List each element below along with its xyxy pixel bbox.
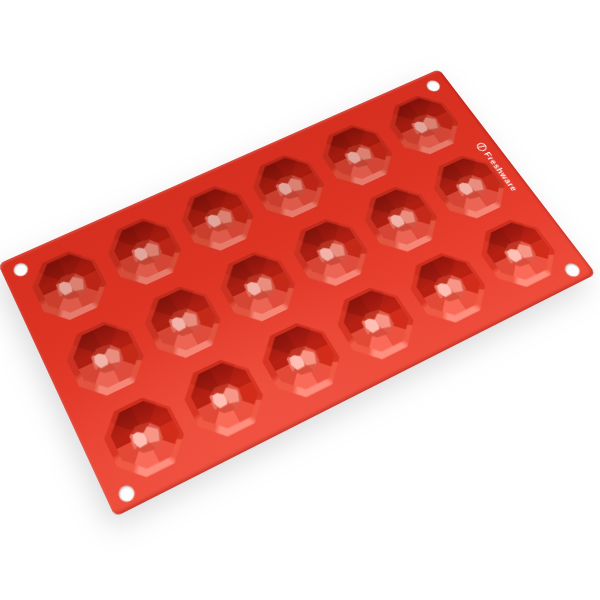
gem-facet-highlight	[505, 247, 525, 264]
cavity-gem-bottom	[129, 237, 165, 268]
cavity-gem-bottom	[89, 342, 126, 377]
gem-facet-highlight	[245, 280, 264, 297]
tray-shadow: f Freshware	[0, 0, 600, 600]
gem-facet-highlight	[130, 430, 149, 450]
cavity-bowl	[251, 152, 328, 218]
gem-facet-highlight	[327, 241, 347, 259]
cavity-bowl	[32, 248, 109, 321]
mold-cavity	[58, 313, 152, 404]
cavity-bowl	[477, 216, 560, 287]
mold-cavity	[100, 211, 190, 293]
gem-facet-highlight	[514, 242, 535, 260]
gem-facet-highlight	[286, 176, 305, 193]
cavity-bowl	[183, 355, 267, 436]
gem-facet-highlight	[221, 385, 242, 406]
gem-facet-highlight	[132, 245, 150, 262]
cavity-bowl	[107, 215, 184, 285]
cavity-bowl	[260, 319, 344, 397]
cavity-bowl	[362, 183, 442, 251]
cavity-gem-bottom	[272, 172, 308, 201]
cavity-grid	[14, 81, 578, 499]
cavity-gem-bottom	[384, 205, 421, 235]
gem-facet-highlight	[435, 281, 455, 299]
logo-letter: f	[478, 144, 486, 149]
gem-facet-highlight	[318, 246, 337, 263]
mold-cavity	[470, 212, 567, 295]
gem-facet-highlight	[255, 275, 275, 294]
cavity-bowl	[407, 249, 490, 322]
mold-cavity	[244, 148, 334, 225]
gem-facet-highlight	[354, 145, 373, 162]
cavity-bowl	[219, 248, 299, 321]
mold-cavity	[423, 148, 516, 226]
mold-cavity	[252, 314, 350, 406]
mold-cavity	[400, 245, 497, 331]
mold-cavity	[175, 351, 273, 446]
gem-facet-highlight	[92, 352, 111, 371]
cavity-gem-bottom	[241, 271, 278, 303]
cavity-bowl	[386, 92, 462, 154]
mold-cavity	[24, 244, 114, 329]
gem-facet-highlight	[142, 240, 161, 258]
gem-facet-highlight	[457, 181, 476, 197]
gem-facet-highlight	[210, 391, 230, 410]
cavity-bowl	[180, 183, 257, 251]
gem-facet-highlight	[67, 274, 86, 293]
gem-facet-highlight	[412, 120, 430, 135]
cavity-bowl	[66, 318, 147, 396]
gem-facet-highlight	[372, 311, 393, 331]
mold-cavity	[136, 278, 230, 366]
silicone-mold-tray: f Freshware	[0, 69, 596, 517]
cavity-gem-bottom	[53, 270, 89, 302]
product-photo: f Freshware	[0, 0, 600, 600]
gem-facet-highlight	[180, 310, 200, 330]
cavity-bowl	[335, 283, 418, 359]
mold-cavity	[284, 211, 378, 294]
cavity-gem-bottom	[341, 142, 377, 170]
mold-cavity	[95, 388, 194, 486]
mold-cavity	[211, 244, 305, 330]
cavity-bowl	[144, 282, 224, 357]
mold-cavity	[355, 179, 448, 259]
cavity-gem-bottom	[408, 112, 444, 140]
gem-facet-highlight	[466, 176, 486, 193]
cavity-gem-bottom	[202, 204, 238, 234]
cavity-gem-bottom	[283, 343, 322, 378]
mold-cavity	[327, 279, 425, 368]
cavity-gem-bottom	[126, 419, 165, 456]
gem-facet-highlight	[345, 150, 363, 165]
gem-facet-highlight	[141, 423, 162, 445]
cavity-gem-bottom	[358, 307, 397, 341]
gem-facet-highlight	[276, 181, 294, 197]
cavity-gem-bottom	[206, 381, 245, 417]
gem-facet-highlight	[215, 207, 234, 225]
gem-facet-highlight	[103, 346, 123, 366]
gem-facet-highlight	[57, 279, 75, 296]
gem-facet-highlight	[287, 353, 307, 372]
mold-cavity	[313, 118, 402, 193]
cavity-gem-bottom	[453, 173, 490, 202]
gem-facet-highlight	[421, 115, 440, 131]
mold-cavity	[173, 179, 263, 259]
gem-facet-highlight	[362, 317, 382, 335]
cavity-gem-bottom	[314, 237, 351, 268]
gem-facet-highlight	[398, 208, 418, 226]
mold-cavity	[380, 89, 469, 162]
cavity-gem-bottom	[500, 238, 539, 270]
cavity-bowl	[320, 122, 396, 186]
cavity-gem-bottom	[166, 306, 203, 340]
gem-facet-highlight	[388, 213, 407, 229]
gem-facet-highlight	[298, 347, 319, 367]
cavity-bowl	[291, 215, 371, 286]
gem-facet-highlight	[170, 315, 189, 333]
gem-facet-highlight	[444, 276, 465, 295]
cavity-gem-bottom	[430, 272, 469, 305]
gem-facet-highlight	[205, 213, 223, 229]
cavity-bowl	[103, 393, 187, 477]
